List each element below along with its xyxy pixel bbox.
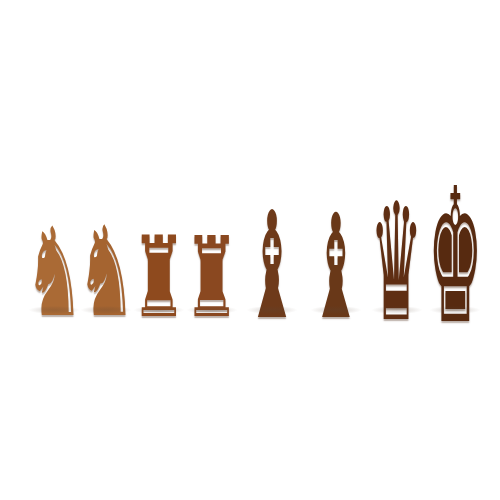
rook-piece-glyph: ♜ (185, 222, 240, 333)
chess-piece-bishop-1: ♝ (239, 0, 305, 322)
rook-piece-glyph: ♜ (131, 222, 186, 334)
piece-lineup-row: ♞ ♞ ♜ ♜ ♝ ♝ ♛ ♚ (0, 0, 500, 322)
bishop-piece-glyph: ♝ (310, 196, 363, 340)
chess-piece-king: ♚ (426, 0, 484, 322)
bishop-piece-glyph: ♝ (245, 194, 299, 341)
chess-piece-rook-2: ♜ (185, 0, 239, 322)
knight-piece-glyph: ♞ (76, 212, 136, 336)
chess-piece-queen: ♛ (367, 0, 426, 322)
chess-pieces-product-photo: ♞ ♞ ♜ ♜ ♝ ♝ ♛ ♚ (0, 0, 500, 500)
chess-piece-knight-2: ♞ (80, 0, 132, 322)
knight-piece-glyph: ♞ (24, 213, 84, 335)
chess-piece-rook-1: ♜ (132, 0, 185, 322)
queen-piece-glyph: ♛ (370, 182, 423, 344)
chess-piece-bishop-2: ♝ (305, 0, 367, 322)
king-piece-glyph: ♚ (427, 164, 482, 350)
chess-piece-knight-1: ♞ (28, 0, 80, 322)
